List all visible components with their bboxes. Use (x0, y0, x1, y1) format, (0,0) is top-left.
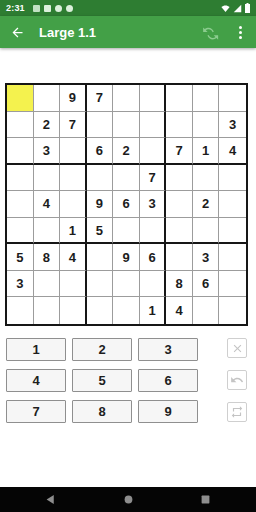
cell-r8c6[interactable] (140, 271, 167, 298)
cell-r2c3[interactable]: 7 (60, 112, 87, 139)
cell-r5c6[interactable]: 3 (140, 191, 167, 218)
cell-r6c3[interactable]: 1 (60, 218, 87, 245)
android-nav-bar (0, 487, 256, 512)
battery-icon (245, 3, 250, 13)
cell-r7c9[interactable] (219, 244, 246, 271)
cell-r7c8[interactable]: 3 (193, 244, 220, 271)
cell-r2c4[interactable] (87, 112, 114, 139)
number-button-7[interactable]: 7 (6, 400, 66, 423)
nav-recents-icon[interactable] (199, 493, 212, 506)
cell-r6c6[interactable] (140, 218, 167, 245)
cell-r1c8[interactable] (193, 85, 220, 112)
cell-r3c8[interactable]: 1 (193, 138, 220, 165)
cell-r4c5[interactable] (113, 165, 140, 192)
cell-r3c5[interactable]: 2 (113, 138, 140, 165)
cell-r8c2[interactable] (34, 271, 61, 298)
cell-r1c9[interactable] (219, 85, 246, 112)
notification-icon (33, 5, 40, 12)
cell-r3c9[interactable]: 4 (219, 138, 246, 165)
cell-r4c2[interactable] (34, 165, 61, 192)
cell-r9c2[interactable] (34, 297, 61, 324)
cell-r4c7[interactable] (166, 165, 193, 192)
notification-icons (33, 5, 73, 12)
cell-r9c8[interactable] (193, 297, 220, 324)
cell-r9c3[interactable] (60, 297, 87, 324)
app-bar: Large 1.1 (0, 16, 256, 48)
cell-r6c4[interactable]: 5 (87, 218, 114, 245)
cell-r6c9[interactable] (219, 218, 246, 245)
clock-text: 2:31 (6, 3, 25, 13)
cell-r3c3[interactable] (60, 138, 87, 165)
repeat-loop-icon (230, 405, 244, 419)
nav-back-icon[interactable] (44, 493, 57, 506)
clear-cell-button[interactable] (227, 338, 247, 358)
sudoku-board[interactable]: 972733627147496321558496338614 (5, 83, 248, 326)
sudoku-app-screen: 2:31 Large 1.1 9727336271474963215584963… (0, 0, 256, 512)
notification-icon (44, 5, 51, 12)
cell-r7c1[interactable]: 5 (7, 244, 34, 271)
number-button-1[interactable]: 1 (6, 338, 66, 361)
number-button-8[interactable]: 8 (72, 400, 132, 423)
cell-r5c3[interactable] (60, 191, 87, 218)
cell-r2c8[interactable] (193, 112, 220, 139)
cell-r2c2[interactable]: 2 (34, 112, 61, 139)
cell-r2c7[interactable] (166, 112, 193, 139)
cell-r5c7[interactable] (166, 191, 193, 218)
page-title: Large 1.1 (39, 25, 201, 40)
cell-r5c8[interactable]: 2 (193, 191, 220, 218)
cell-r4c9[interactable] (219, 165, 246, 192)
number-button-9[interactable]: 9 (138, 400, 198, 423)
status-bar: 2:31 (0, 0, 256, 16)
cell-r3c2[interactable]: 3 (34, 138, 61, 165)
wifi-icon (221, 4, 230, 13)
cell-r8c8[interactable]: 6 (193, 271, 220, 298)
cell-r5c9[interactable] (219, 191, 246, 218)
cell-r1c5[interactable] (113, 85, 140, 112)
cell-r5c4[interactable]: 9 (87, 191, 114, 218)
cell-r6c7[interactable] (166, 218, 193, 245)
cell-r9c7[interactable]: 4 (166, 297, 193, 324)
cell-r1c2[interactable] (34, 85, 61, 112)
cell-r4c6[interactable]: 7 (140, 165, 167, 192)
cell-r9c1[interactable] (7, 297, 34, 324)
cell-r3c1[interactable] (7, 138, 34, 165)
number-button-2[interactable]: 2 (72, 338, 132, 361)
cell-r7c5[interactable]: 9 (113, 244, 140, 271)
x-icon (231, 342, 244, 355)
undo-arrow-icon (230, 373, 244, 387)
cell-r9c5[interactable] (113, 297, 140, 324)
cell-r6c5[interactable] (113, 218, 140, 245)
cell-r6c2[interactable] (34, 218, 61, 245)
cell-r5c2[interactable]: 4 (34, 191, 61, 218)
number-button-3[interactable]: 3 (138, 338, 198, 361)
cell-r8c3[interactable] (60, 271, 87, 298)
nav-home-icon[interactable] (122, 493, 135, 506)
cell-r9c9[interactable] (219, 297, 246, 324)
back-arrow-icon[interactable] (10, 25, 25, 40)
cell-r5c5[interactable]: 6 (113, 191, 140, 218)
cell-r4c3[interactable] (60, 165, 87, 192)
cell-r8c1[interactable]: 3 (7, 271, 34, 298)
cell-r3c6[interactable] (140, 138, 167, 165)
cell-r8c9[interactable] (219, 271, 246, 298)
number-button-6[interactable]: 6 (138, 369, 198, 392)
cell-r1c3[interactable]: 9 (60, 85, 87, 112)
cell-r2c9[interactable]: 3 (219, 112, 246, 139)
cell-r1c7[interactable] (166, 85, 193, 112)
cell-r1c6[interactable] (140, 85, 167, 112)
side-controls (227, 338, 247, 422)
cell-r8c4[interactable] (87, 271, 114, 298)
notification-icon (66, 5, 73, 12)
cell-r7c4[interactable] (87, 244, 114, 271)
cell-r5c1[interactable] (7, 191, 34, 218)
undo-button[interactable] (227, 370, 247, 390)
cell-r2c6[interactable] (140, 112, 167, 139)
cell-r9c6[interactable]: 1 (140, 297, 167, 324)
number-button-5[interactable]: 5 (72, 369, 132, 392)
cell-signal-icon (233, 4, 242, 13)
cell-r3c7[interactable]: 7 (166, 138, 193, 165)
number-pad: 123456789 (6, 338, 198, 423)
cell-r9c4[interactable] (87, 297, 114, 324)
cell-r7c3[interactable]: 4 (60, 244, 87, 271)
cell-r2c1[interactable] (7, 112, 34, 139)
number-button-4[interactable]: 4 (6, 369, 66, 392)
cell-r8c7[interactable]: 8 (166, 271, 193, 298)
cell-r6c1[interactable] (7, 218, 34, 245)
cell-r7c7[interactable] (166, 244, 193, 271)
cell-r1c4[interactable]: 7 (87, 85, 114, 112)
cell-r4c8[interactable] (193, 165, 220, 192)
undo-redo-disabled-icon[interactable] (201, 23, 221, 41)
overflow-menu-icon[interactable] (235, 23, 246, 42)
cell-r3c4[interactable]: 6 (87, 138, 114, 165)
repeat-input-button[interactable] (227, 402, 247, 422)
cell-r7c2[interactable]: 8 (34, 244, 61, 271)
cell-r1c1[interactable] (7, 85, 34, 112)
cell-r8c5[interactable] (113, 271, 140, 298)
cell-r4c1[interactable] (7, 165, 34, 192)
cell-r4c4[interactable] (87, 165, 114, 192)
cell-r2c5[interactable] (113, 112, 140, 139)
cell-r6c8[interactable] (193, 218, 220, 245)
notification-icon (55, 5, 62, 12)
cell-r7c6[interactable]: 6 (140, 244, 167, 271)
